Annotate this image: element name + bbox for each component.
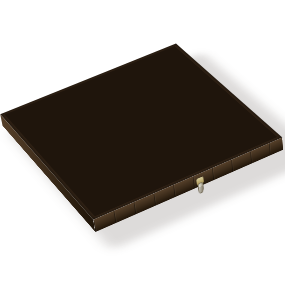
chess-box (0, 44, 282, 220)
chess-set-photo (0, 0, 285, 285)
chess-board (0, 44, 282, 220)
